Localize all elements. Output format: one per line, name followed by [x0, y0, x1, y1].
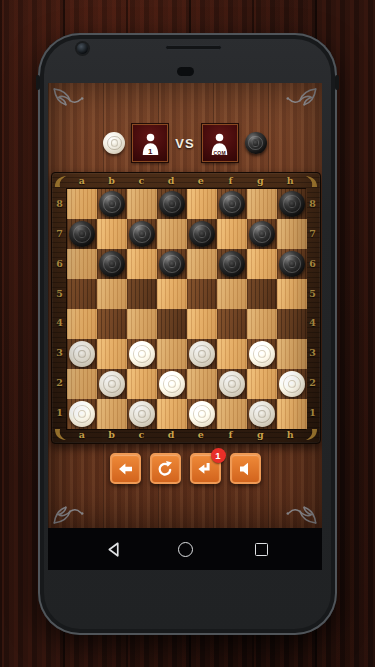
square-f5[interactable] [217, 279, 247, 309]
speaker-icon [236, 460, 254, 478]
square-c6[interactable] [127, 249, 157, 279]
square-b2[interactable]: ⛀ [97, 369, 127, 399]
square-h2[interactable]: ⛀ [277, 369, 307, 399]
square-e8[interactable] [187, 189, 217, 219]
square-f1[interactable] [217, 399, 247, 429]
square-d5[interactable] [157, 279, 187, 309]
square-h1[interactable] [277, 399, 307, 429]
square-a4[interactable] [67, 309, 97, 339]
phone-frame: ⛀ 1 VS COM [38, 33, 337, 635]
black-checker-f6[interactable]: ⛂ [219, 251, 245, 277]
sensor-notch [177, 67, 194, 76]
square-b6[interactable]: ⛂ [97, 249, 127, 279]
undo-icon [196, 460, 214, 478]
flourish-top-left-icon [53, 88, 85, 109]
square-a7[interactable]: ⛂ [67, 219, 97, 249]
rank-label-1: 1 [305, 397, 320, 427]
file-label-d: d [156, 173, 186, 189]
players-row: ⛀ 1 VS COM [48, 123, 322, 163]
square-g2[interactable] [247, 369, 277, 399]
square-c8[interactable] [127, 189, 157, 219]
rank-label-7: 7 [305, 219, 320, 249]
ranks-right: 87654321 [305, 189, 320, 427]
square-g1[interactable]: ⛀ [247, 399, 277, 429]
square-f8[interactable]: ⛂ [217, 189, 247, 219]
square-d8[interactable]: ⛂ [157, 189, 187, 219]
white-side-indicator: ⛀ [103, 132, 125, 154]
white-checker-h2[interactable]: ⛀ [279, 371, 305, 397]
file-label-c: c [127, 427, 157, 443]
square-b1[interactable] [97, 399, 127, 429]
rank-label-5: 5 [52, 278, 67, 308]
files-bottom: abcdefgh [67, 427, 305, 443]
file-label-f: f [216, 173, 246, 189]
square-e2[interactable] [187, 369, 217, 399]
controls-bar: 1 [48, 453, 322, 484]
square-h6[interactable]: ⛂ [277, 249, 307, 279]
white-checker-b2[interactable]: ⛀ [99, 371, 125, 397]
square-g7[interactable]: ⛂ [247, 219, 277, 249]
square-f6[interactable]: ⛂ [217, 249, 247, 279]
rank-label-4: 4 [52, 308, 67, 338]
rank-label-6: 6 [305, 249, 320, 279]
rank-label-5: 5 [305, 278, 320, 308]
rank-label-2: 2 [52, 368, 67, 398]
square-a5[interactable] [67, 279, 97, 309]
phone-right-button [335, 75, 339, 90]
file-label-c: c [127, 173, 157, 189]
square-g3[interactable]: ⛀ [247, 339, 277, 369]
sound-button[interactable] [230, 453, 261, 484]
square-f3[interactable] [217, 339, 247, 369]
home-circle-icon [178, 542, 193, 557]
square-h7[interactable] [277, 219, 307, 249]
square-g6[interactable] [247, 249, 277, 279]
android-navbar [48, 528, 322, 570]
undo-count-badge: 1 [211, 448, 226, 463]
flourish-bottom-left-icon [53, 503, 85, 524]
recents-square-icon [255, 543, 268, 556]
square-a1[interactable]: ⛀ [67, 399, 97, 429]
file-label-e: e [186, 173, 216, 189]
rank-label-6: 6 [52, 249, 67, 279]
square-d2[interactable]: ⛀ [157, 369, 187, 399]
player2-label: COM [203, 151, 237, 156]
nav-recents-button[interactable] [240, 528, 282, 570]
square-b7[interactable] [97, 219, 127, 249]
rank-label-8: 8 [305, 189, 320, 219]
rank-label-3: 3 [305, 338, 320, 368]
player1-label: 1 [133, 148, 167, 156]
board-ornament-icon [305, 428, 318, 441]
square-d4[interactable] [157, 309, 187, 339]
undo-button[interactable]: 1 [190, 453, 221, 484]
checkers-board: abcdefgh abcdefgh 87654321 87654321 ⛂⛂⛂⛂… [51, 172, 321, 444]
square-h4[interactable] [277, 309, 307, 339]
nav-home-button[interactable] [164, 528, 206, 570]
square-h3[interactable] [277, 339, 307, 369]
square-c4[interactable] [127, 309, 157, 339]
player2-badge: COM [202, 124, 238, 162]
square-e5[interactable] [187, 279, 217, 309]
square-c7[interactable]: ⛂ [127, 219, 157, 249]
black-checker-d8[interactable]: ⛂ [159, 191, 185, 217]
square-d7[interactable] [157, 219, 187, 249]
square-b5[interactable] [97, 279, 127, 309]
file-label-b: b [97, 173, 127, 189]
restart-button[interactable] [150, 453, 181, 484]
black-checker-g7[interactable]: ⛂ [249, 221, 275, 247]
square-c1[interactable]: ⛀ [127, 399, 157, 429]
white-checker-a3[interactable]: ⛀ [69, 341, 95, 367]
flourish-bottom-right-icon [285, 503, 317, 524]
square-b4[interactable] [97, 309, 127, 339]
rank-label-3: 3 [52, 338, 67, 368]
file-label-e: e [186, 427, 216, 443]
white-checker-a1[interactable]: ⛀ [69, 401, 95, 427]
rank-label-8: 8 [52, 189, 67, 219]
white-checker-f2[interactable]: ⛀ [219, 371, 245, 397]
white-checker-c1[interactable]: ⛀ [129, 401, 155, 427]
back-triangle-icon [105, 541, 122, 558]
square-d3[interactable] [157, 339, 187, 369]
front-camera-icon [77, 43, 88, 54]
flourish-top-right-icon [285, 88, 317, 109]
rank-label-1: 1 [52, 397, 67, 427]
black-checker-e7[interactable]: ⛂ [189, 221, 215, 247]
file-label-a: a [67, 173, 97, 189]
file-label-g: g [246, 173, 276, 189]
white-checker-c3[interactable]: ⛀ [129, 341, 155, 367]
file-label-a: a [67, 427, 97, 443]
vs-label: VS [175, 136, 194, 151]
black-checker-h6[interactable]: ⛂ [279, 251, 305, 277]
square-c5[interactable] [127, 279, 157, 309]
nav-back-button[interactable] [92, 528, 134, 570]
phone-screen: ⛀ 1 VS COM [48, 83, 322, 570]
white-checker-d2[interactable]: ⛀ [159, 371, 185, 397]
board-ornament-icon [305, 175, 318, 188]
files-top: abcdefgh [67, 173, 305, 189]
arrow-left-icon [116, 460, 134, 478]
square-f7[interactable] [217, 219, 247, 249]
phone-left-button [36, 75, 40, 90]
board-grid: ⛂⛂⛂⛂⛂⛂⛂⛂⛂⛂⛂⛂⛀⛀⛀⛀⛀⛀⛀⛀⛀⛀⛀⛀ [67, 189, 305, 429]
square-g4[interactable] [247, 309, 277, 339]
white-checker-g1[interactable]: ⛀ [249, 401, 275, 427]
file-label-h: h [275, 427, 305, 443]
file-label-b: b [97, 427, 127, 443]
app-wood-background: ⛀ 1 VS COM [48, 83, 322, 528]
black-checker-b6[interactable]: ⛂ [99, 251, 125, 277]
square-c3[interactable]: ⛀ [127, 339, 157, 369]
square-e3[interactable]: ⛀ [187, 339, 217, 369]
rank-label-4: 4 [305, 308, 320, 338]
back-button[interactable] [110, 453, 141, 484]
board-ornament-icon [54, 175, 67, 188]
file-label-d: d [156, 427, 186, 443]
file-label-f: f [216, 427, 246, 443]
square-a3[interactable]: ⛀ [67, 339, 97, 369]
file-label-h: h [275, 173, 305, 189]
square-g5[interactable] [247, 279, 277, 309]
rank-label-2: 2 [305, 368, 320, 398]
board-ornament-icon [54, 428, 67, 441]
rank-label-7: 7 [52, 219, 67, 249]
wooden-table-background: ⛀ 1 VS COM [0, 0, 375, 667]
square-e4[interactable] [187, 309, 217, 339]
square-e7[interactable]: ⛂ [187, 219, 217, 249]
square-b8[interactable]: ⛂ [97, 189, 127, 219]
square-e1[interactable]: ⛀ [187, 399, 217, 429]
black-checker-a7[interactable]: ⛂ [69, 221, 95, 247]
square-a2[interactable] [67, 369, 97, 399]
player1-badge: 1 [132, 124, 168, 162]
white-checker-e1[interactable]: ⛀ [189, 401, 215, 427]
black-checker-b8[interactable]: ⛂ [99, 191, 125, 217]
square-g8[interactable] [247, 189, 277, 219]
square-a8[interactable] [67, 189, 97, 219]
black-checker-f8[interactable]: ⛂ [219, 191, 245, 217]
square-h8[interactable]: ⛂ [277, 189, 307, 219]
square-h5[interactable] [277, 279, 307, 309]
black-checker-h8[interactable]: ⛂ [279, 191, 305, 217]
white-checker-e3[interactable]: ⛀ [189, 341, 215, 367]
square-f2[interactable]: ⛀ [217, 369, 247, 399]
black-checker-c7[interactable]: ⛂ [129, 221, 155, 247]
square-f4[interactable] [217, 309, 247, 339]
restart-icon [156, 460, 174, 478]
square-d1[interactable] [157, 399, 187, 429]
square-e6[interactable] [187, 249, 217, 279]
square-c2[interactable] [127, 369, 157, 399]
file-label-g: g [246, 427, 276, 443]
square-d6[interactable]: ⛂ [157, 249, 187, 279]
square-b3[interactable] [97, 339, 127, 369]
black-side-indicator: ⛂ [245, 132, 267, 154]
ranks-left: 87654321 [52, 189, 67, 427]
earpiece-speaker [165, 45, 222, 50]
black-checker-d6[interactable]: ⛂ [159, 251, 185, 277]
square-a6[interactable] [67, 249, 97, 279]
white-checker-g3[interactable]: ⛀ [249, 341, 275, 367]
